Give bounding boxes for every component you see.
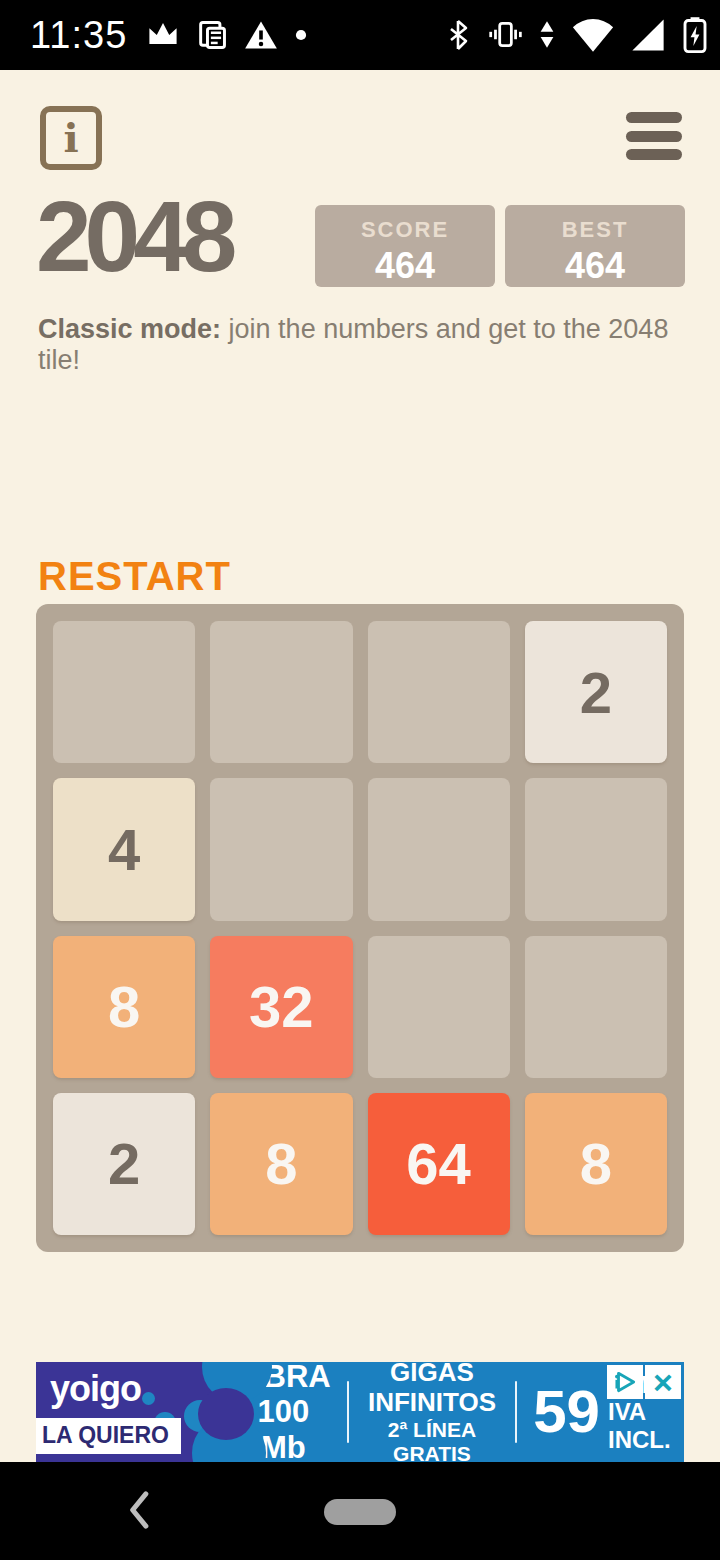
empty-cell [53, 621, 195, 763]
empty-cell [368, 936, 510, 1078]
bubble-decor [142, 1392, 155, 1405]
navigation-bar [0, 1462, 720, 1560]
back-button[interactable] [122, 1488, 158, 1532]
ad-close-button[interactable]: × [645, 1365, 681, 1399]
back-icon [122, 1488, 158, 1532]
tile-2: 2 [53, 1093, 195, 1235]
info-icon: i [63, 118, 78, 158]
mode-label: Classic mode: [38, 314, 221, 344]
empty-cell [525, 936, 667, 1078]
empty-cell [525, 778, 667, 920]
tile-2: 2 [525, 621, 667, 763]
board[interactable]: 2483228648 [36, 604, 684, 1252]
adchoices-icon [612, 1369, 638, 1395]
clock: 11:35 [30, 14, 127, 57]
status-bar: 11:35 [0, 0, 720, 70]
empty-cell [368, 621, 510, 763]
updown-arrows-icon [538, 17, 556, 53]
ad-price-number: 59 [533, 1382, 600, 1442]
screen: 11:35 [0, 0, 720, 1560]
ad-divider [347, 1381, 349, 1443]
home-pill[interactable] [324, 1499, 396, 1525]
empty-cell [368, 778, 510, 920]
wifi-icon: 4 [570, 16, 616, 54]
hamburger-menu-icon [626, 112, 682, 123]
best-label: BEST [505, 217, 685, 243]
page-title: 2048 [36, 186, 230, 286]
restart-button[interactable]: RESTART [38, 554, 231, 599]
best-box: BEST 464 [505, 205, 685, 287]
empty-cell [210, 778, 352, 920]
wifi-badge: 4 [606, 32, 615, 52]
tile-4: 4 [53, 778, 195, 920]
tile-8: 8 [525, 1093, 667, 1235]
score-label: SCORE [315, 217, 495, 243]
status-right-icons: 4 [444, 15, 710, 55]
ad-offer-gigas: GIGAS INFINITOS 2ª LÍNEA GRATIS [365, 1362, 499, 1462]
yoigo-logo: yoigo [50, 1368, 141, 1410]
hamburger-menu-button[interactable] [626, 112, 682, 160]
score-value: 464 [315, 245, 495, 287]
ad-divider [515, 1381, 517, 1443]
battery-charging-icon [680, 15, 710, 55]
empty-cell [210, 621, 352, 763]
ad-cta-button[interactable]: LA QUIERO [36, 1418, 181, 1454]
tile-64: 64 [368, 1093, 510, 1235]
crown-icon [145, 18, 181, 52]
bluetooth-icon [444, 17, 472, 53]
notification-dot [293, 18, 309, 52]
ad-banner[interactable]: yoigo LA QUIERO FIBRA 100 Mb GIGAS INFIN… [36, 1362, 684, 1462]
score-box: SCORE 464 [315, 205, 495, 287]
signal-icon [630, 17, 666, 53]
tile-8: 8 [53, 936, 195, 1078]
tile-8: 8 [210, 1093, 352, 1235]
info-button[interactable]: i [40, 106, 102, 170]
close-icon: × [653, 1365, 673, 1399]
ad-brand-panel: yoigo LA QUIERO [36, 1362, 236, 1462]
mode-description: Classic mode: join the numbers and get t… [38, 314, 698, 376]
best-value: 464 [505, 245, 685, 287]
warning-icon [243, 18, 279, 52]
pages-icon [195, 18, 229, 52]
vibrate-icon [486, 17, 524, 53]
adchoices-button[interactable] [607, 1365, 643, 1399]
tile-32: 32 [210, 936, 352, 1078]
status-left-icons [145, 18, 309, 52]
